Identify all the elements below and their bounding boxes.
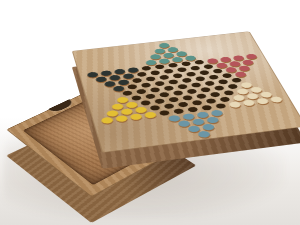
board-peg-natural[interactable]: ●: [268, 95, 285, 102]
board-peg-blue[interactable]: ●: [195, 130, 212, 138]
board-row: ●: [195, 130, 212, 138]
product-photo-scene: ●●●●●●●●●●●●●●●●●●●●●●●●●●●●●●●●●●●●●●●●…: [0, 0, 300, 225]
